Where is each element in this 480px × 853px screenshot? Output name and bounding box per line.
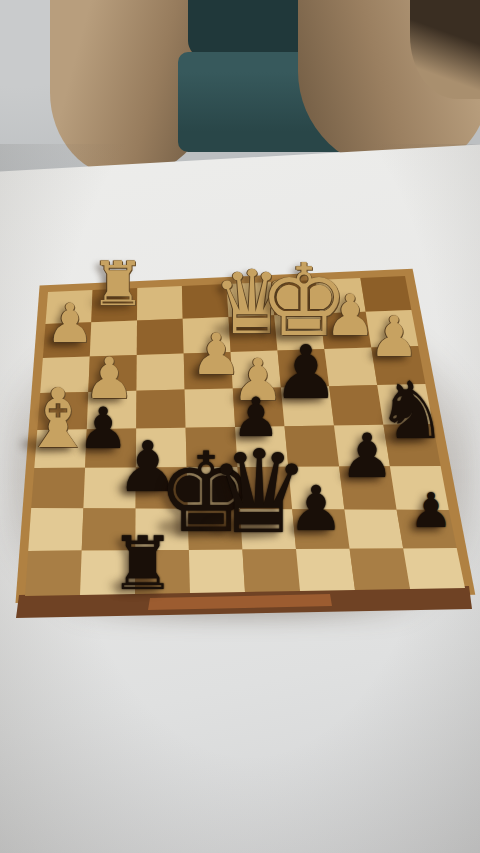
square-g2[interactable] bbox=[344, 510, 403, 549]
square-g1[interactable] bbox=[350, 548, 410, 590]
piece-white-pawn-a7[interactable]: ♟ bbox=[43, 297, 97, 351]
square-a2[interactable] bbox=[28, 508, 83, 551]
piece-black-rook-c1[interactable]: ♜ bbox=[106, 526, 180, 600]
square-c6[interactable] bbox=[137, 354, 185, 391]
square-a3[interactable] bbox=[31, 468, 85, 509]
piece-black-pawn-g3[interactable]: ♟ bbox=[337, 425, 398, 486]
piece-white-pawn-h7[interactable]: ♟ bbox=[366, 309, 422, 365]
piece-black-pawn-h2[interactable]: ♟ bbox=[407, 486, 455, 534]
square-d5[interactable] bbox=[185, 389, 236, 428]
square-a1[interactable] bbox=[25, 551, 82, 596]
square-h1[interactable] bbox=[403, 548, 465, 589]
square-c7[interactable] bbox=[137, 319, 184, 355]
piece-black-pawn-f2[interactable]: ♟ bbox=[285, 478, 347, 540]
photo-scene: ♜♛♚♟♟♟♟♟♟♟♟♞♝♟♟♟♟♚♛♟♜ bbox=[0, 0, 480, 853]
square-c5[interactable] bbox=[136, 390, 185, 429]
